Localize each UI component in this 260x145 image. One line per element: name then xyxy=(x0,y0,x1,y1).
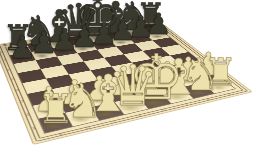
pieces-layer: ♜♞♝♛♚♝♞♜♟♟♟♟♟♟♟♟♟♟♟♟♟♟♟♟♜♞♝♛♚♝♞♜ xyxy=(0,0,260,145)
chess-photo: abcdefgh12345678 ♜♞♝♛♚♝♞♜♟♟♟♟♟♟♟♟♟♟♟♟♟♟♟… xyxy=(0,0,260,145)
piece-black-pawn[interactable]: ♟ xyxy=(9,32,37,63)
piece-white-rook[interactable]: ♜ xyxy=(37,89,74,130)
